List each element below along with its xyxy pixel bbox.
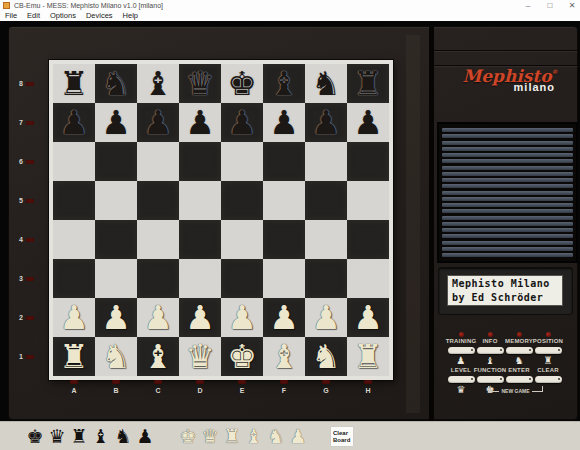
square-h7[interactable]: ♟ <box>347 103 389 142</box>
tray-white-queen[interactable]: ♛ <box>199 422 221 450</box>
panel-divider <box>429 27 434 421</box>
speaker-slat <box>442 197 573 201</box>
rank-led-7 <box>26 121 34 125</box>
panel-seam-top <box>434 50 578 51</box>
square-h5[interactable] <box>347 181 389 220</box>
square-d6[interactable] <box>179 142 221 181</box>
square-h3[interactable] <box>347 259 389 298</box>
menu-help[interactable]: Help <box>118 11 143 21</box>
square-a8[interactable]: ♜ <box>53 64 95 103</box>
piece-black-r-a8: ♜ <box>53 64 95 103</box>
menu-devices[interactable]: Devices <box>81 11 118 21</box>
file-label-h: H <box>365 387 370 394</box>
window-title: CB-Emu - MESS: Mephisto Milano v1.0 [mil… <box>14 2 163 9</box>
status-led-3 <box>517 332 522 337</box>
rank-led-8 <box>26 82 34 86</box>
application-window: CB-Emu - MESS: Mephisto Milano v1.0 [mil… <box>0 0 580 450</box>
square-f4[interactable] <box>263 220 305 259</box>
maximize-button[interactable]: □ <box>544 0 556 11</box>
key-label-position: POSITION <box>530 338 566 345</box>
square-b7[interactable]: ♟ <box>95 103 137 142</box>
square-a3[interactable] <box>53 259 95 298</box>
speaker-grille <box>437 122 578 263</box>
square-c6[interactable] <box>137 142 179 181</box>
rank-led-1 <box>26 355 34 359</box>
piece-black-b-c8: ♝ <box>137 64 179 103</box>
file-led-e <box>238 380 246 384</box>
lcd-display: Mephisto Milano by Ed Schröder <box>447 275 563 306</box>
key-pill-training[interactable] <box>448 347 475 354</box>
chess-computer-case: ♜♞♝♛♚♝♞♜♟♟♟♟♟♟♟♟♟♟♟♟♟♟♟♟♜♞♝♛♚♝♞♜ 8765432… <box>8 26 578 420</box>
square-g1[interactable]: ♞ <box>305 337 347 376</box>
file-label-c: C <box>155 387 160 394</box>
square-b8[interactable]: ♞ <box>95 64 137 103</box>
new-game-bracket: NEW GAME <box>488 386 543 392</box>
clear-board-line1: Clear <box>333 430 353 437</box>
key-pill-level[interactable] <box>448 376 475 383</box>
key-clear[interactable]: CLEAR <box>530 367 566 383</box>
piece-white-r-a1: ♜ <box>53 337 95 376</box>
piece-black-p-f7: ♟ <box>263 103 305 142</box>
close-button[interactable]: ✕ <box>566 0 578 11</box>
piece-white-n-g1: ♞ <box>305 337 347 376</box>
square-f8[interactable]: ♝ <box>263 64 305 103</box>
file-led-b <box>112 380 120 384</box>
speaker-slat <box>442 234 573 238</box>
speaker-slat <box>442 247 573 251</box>
piece-white-p-f2: ♟ <box>263 298 305 337</box>
rank-label-3: 3 <box>11 275 23 282</box>
file-led-a <box>70 380 78 384</box>
speaker-slat <box>442 241 573 245</box>
square-g6[interactable] <box>305 142 347 181</box>
file-led-d <box>196 380 204 384</box>
square-d1[interactable]: ♛ <box>179 337 221 376</box>
square-a6[interactable] <box>53 142 95 181</box>
clear-board-line2: Board <box>333 437 353 444</box>
status-led-4 <box>546 332 551 337</box>
piece-white-p-d2: ♟ <box>179 298 221 337</box>
tray-black-pawn[interactable]: ♟ <box>134 422 156 450</box>
menu-file[interactable]: File <box>0 11 22 21</box>
piece-black-p-a7: ♟ <box>53 103 95 142</box>
speaker-slat <box>442 178 573 182</box>
tray-black-bishop[interactable]: ♝ <box>90 422 112 450</box>
square-g5[interactable] <box>305 181 347 220</box>
square-d3[interactable] <box>179 259 221 298</box>
file-col-h: H <box>347 378 389 398</box>
piece-black-p-c7: ♟ <box>137 103 179 142</box>
piece-white-n-b1: ♞ <box>95 337 137 376</box>
speaker-slat <box>442 216 573 220</box>
speaker-slat <box>442 153 573 157</box>
speaker-slat <box>442 222 573 226</box>
square-f1[interactable]: ♝ <box>263 337 305 376</box>
piece-black-p-e7: ♟ <box>221 103 263 142</box>
piece-black-r-h8: ♜ <box>347 64 389 103</box>
square-c4[interactable] <box>137 220 179 259</box>
speaker-slat <box>442 191 573 195</box>
menu-bar: FileEditOptionsDevicesHelp <box>0 11 580 21</box>
square-h6[interactable] <box>347 142 389 181</box>
title-bar: CB-Emu - MESS: Mephisto Milano v1.0 [mil… <box>0 0 580 11</box>
piece-black-p-b7: ♟ <box>95 103 137 142</box>
case-moulding <box>406 35 420 413</box>
square-e4[interactable] <box>221 220 263 259</box>
piece-black-b-f8: ♝ <box>263 64 305 103</box>
file-col-a: A <box>53 378 95 398</box>
file-label-a: A <box>71 387 76 394</box>
square-d8[interactable]: ♛ <box>179 64 221 103</box>
speaker-slat <box>442 159 573 163</box>
speaker-slat <box>442 172 573 176</box>
key-label-clear: CLEAR <box>530 367 566 374</box>
rank-row-5: 5 <box>11 181 39 220</box>
file-col-c: C <box>137 378 179 398</box>
square-b1[interactable]: ♞ <box>95 337 137 376</box>
rank-row-2: 2 <box>11 298 39 337</box>
file-label-f: F <box>282 387 286 394</box>
piece-white-k-e1: ♚ <box>221 337 263 376</box>
piece-white-p-e2: ♟ <box>221 298 263 337</box>
rank-label-8: 8 <box>11 80 23 87</box>
menu-edit[interactable]: Edit <box>22 11 45 21</box>
piece-tray: ♚♛♜♝♞♟ ♚♛♜♝♞♟ Clear Board <box>0 421 580 450</box>
square-h4[interactable] <box>347 220 389 259</box>
square-c5[interactable] <box>137 181 179 220</box>
square-h2[interactable]: ♟ <box>347 298 389 337</box>
piece-black-p-h7: ♟ <box>347 103 389 142</box>
new-game-label: NEW GAME <box>499 389 531 394</box>
file-col-g: G <box>305 378 347 398</box>
square-f5[interactable] <box>263 181 305 220</box>
brand-logo: Mephisto® milano <box>449 63 571 93</box>
piece-white-b-c1: ♝ <box>137 337 179 376</box>
square-g2[interactable]: ♟ <box>305 298 347 337</box>
rank-row-1: 1 <box>11 337 39 376</box>
file-col-f: F <box>263 378 305 398</box>
square-f7[interactable]: ♟ <box>263 103 305 142</box>
rank-row-4: 4 <box>11 220 39 259</box>
registered-mark: ® <box>552 68 558 75</box>
rook-icon: ♜ <box>530 355 566 366</box>
speaker-slat <box>442 134 573 138</box>
piece-white-q-d1: ♛ <box>179 337 221 376</box>
square-c3[interactable] <box>137 259 179 298</box>
key-pill-position[interactable] <box>535 347 562 354</box>
square-e3[interactable] <box>221 259 263 298</box>
chess-board: ♜♞♝♛♚♝♞♜♟♟♟♟♟♟♟♟♟♟♟♟♟♟♟♟♜♞♝♛♚♝♞♜ <box>49 60 393 380</box>
piece-black-k-e8: ♚ <box>221 64 263 103</box>
piece-black-n-b8: ♞ <box>95 64 137 103</box>
file-label-e: E <box>240 387 245 394</box>
square-b3[interactable] <box>95 259 137 298</box>
square-e8[interactable]: ♚ <box>221 64 263 103</box>
tray-white-king[interactable]: ♚ <box>177 422 199 450</box>
speaker-slat <box>442 209 573 213</box>
key-pill-memory[interactable] <box>506 347 533 354</box>
rank-row-8: 8 <box>11 64 39 103</box>
tray-white-knight[interactable]: ♞ <box>265 422 287 450</box>
speaker-slat <box>442 184 573 188</box>
square-e7[interactable]: ♟ <box>221 103 263 142</box>
rank-row-7: 7 <box>11 103 39 142</box>
speaker-slat <box>442 147 573 151</box>
square-c1[interactable]: ♝ <box>137 337 179 376</box>
lcd-line2: by Ed Schröder <box>452 291 562 305</box>
piece-white-p-a2: ♟ <box>53 298 95 337</box>
tray-black-rook[interactable]: ♜ <box>68 422 90 450</box>
key-pill-info[interactable] <box>477 347 504 354</box>
square-c7[interactable]: ♟ <box>137 103 179 142</box>
speaker-slat <box>442 166 573 170</box>
piece-black-q-d8: ♛ <box>179 64 221 103</box>
speaker-slat <box>442 141 573 145</box>
square-a2[interactable]: ♟ <box>53 298 95 337</box>
clear-board-button[interactable]: Clear Board <box>330 426 354 447</box>
file-col-e: E <box>221 378 263 398</box>
menu-options[interactable]: Options <box>45 11 81 21</box>
file-led-h <box>364 380 372 384</box>
rank-led-4 <box>26 238 34 242</box>
piece-black-n-g8: ♞ <box>305 64 347 103</box>
rank-led-2 <box>26 316 34 320</box>
square-c8[interactable]: ♝ <box>137 64 179 103</box>
tray-black-knight[interactable]: ♞ <box>112 422 134 450</box>
square-e6[interactable] <box>221 142 263 181</box>
square-g3[interactable] <box>305 259 347 298</box>
piece-black-p-d7: ♟ <box>179 103 221 142</box>
tray-white-rook[interactable]: ♜ <box>221 422 243 450</box>
file-led-g <box>322 380 330 384</box>
rank-row-3: 3 <box>11 259 39 298</box>
file-led-c <box>154 380 162 384</box>
piece-black-p-g7: ♟ <box>305 103 347 142</box>
file-label-d: D <box>197 387 202 394</box>
rank-label-5: 5 <box>11 197 23 204</box>
square-a4[interactable] <box>53 220 95 259</box>
square-f3[interactable] <box>263 259 305 298</box>
rank-label-6: 6 <box>11 158 23 165</box>
piece-white-p-g2: ♟ <box>305 298 347 337</box>
square-b5[interactable] <box>95 181 137 220</box>
piece-white-r-h1: ♜ <box>347 337 389 376</box>
lcd-line1: Mephisto Milano <box>452 277 562 291</box>
rank-led-3 <box>26 277 34 281</box>
square-b2[interactable]: ♟ <box>95 298 137 337</box>
square-h1[interactable]: ♜ <box>347 337 389 376</box>
tray-white-bishop[interactable]: ♝ <box>243 422 265 450</box>
speaker-slat <box>442 228 573 232</box>
file-led-f <box>280 380 288 384</box>
file-label-b: B <box>113 387 118 394</box>
status-led-1 <box>459 332 464 337</box>
square-b4[interactable] <box>95 220 137 259</box>
square-g7[interactable]: ♟ <box>305 103 347 142</box>
rank-led-5 <box>26 199 34 203</box>
square-a5[interactable] <box>53 181 95 220</box>
file-col-b: B <box>95 378 137 398</box>
piece-white-p-h2: ♟ <box>347 298 389 337</box>
minimize-button[interactable]: – <box>522 0 534 11</box>
tray-white-pawn[interactable]: ♟ <box>287 422 309 450</box>
square-c2[interactable]: ♟ <box>137 298 179 337</box>
square-f2[interactable]: ♟ <box>263 298 305 337</box>
key-pill-function[interactable] <box>477 376 504 383</box>
speaker-slat <box>442 253 573 257</box>
square-b6[interactable] <box>95 142 137 181</box>
rank-label-7: 7 <box>11 119 23 126</box>
tray-black-queen[interactable]: ♛ <box>46 422 68 450</box>
square-f6[interactable] <box>263 142 305 181</box>
rank-led-6 <box>26 160 34 164</box>
square-a1[interactable]: ♜ <box>53 337 95 376</box>
piece-white-b-f1: ♝ <box>263 337 305 376</box>
key-position[interactable]: POSITION♜ <box>530 338 566 366</box>
square-g8[interactable]: ♞ <box>305 64 347 103</box>
square-g4[interactable] <box>305 220 347 259</box>
square-e5[interactable] <box>221 181 263 220</box>
square-d7[interactable]: ♟ <box>179 103 221 142</box>
square-e1[interactable]: ♚ <box>221 337 263 376</box>
file-label-g: G <box>323 387 328 394</box>
app-icon <box>3 2 10 9</box>
speaker-slat <box>442 128 573 132</box>
rank-row-6: 6 <box>11 142 39 181</box>
square-a7[interactable]: ♟ <box>53 103 95 142</box>
key-pill-enter[interactable] <box>506 376 533 383</box>
square-h8[interactable]: ♜ <box>347 64 389 103</box>
rank-label-1: 1 <box>11 353 23 360</box>
square-d2[interactable]: ♟ <box>179 298 221 337</box>
square-d5[interactable] <box>179 181 221 220</box>
tray-black-king[interactable]: ♚ <box>24 422 46 450</box>
key-pill-clear[interactable] <box>535 376 562 383</box>
piece-white-p-c2: ♟ <box>137 298 179 337</box>
rank-label-2: 2 <box>11 314 23 321</box>
square-d4[interactable] <box>179 220 221 259</box>
file-col-d: D <box>179 378 221 398</box>
emulator-screen: ♜♞♝♛♚♝♞♜♟♟♟♟♟♟♟♟♟♟♟♟♟♟♟♟♜♞♝♛♚♝♞♜ 8765432… <box>0 21 580 421</box>
lcd-bezel: Mephisto Milano by Ed Schröder <box>438 267 573 315</box>
status-led-2 <box>488 332 493 337</box>
piece-white-p-b2: ♟ <box>95 298 137 337</box>
speaker-slat <box>442 203 573 207</box>
rank-label-4: 4 <box>11 236 23 243</box>
square-e2[interactable]: ♟ <box>221 298 263 337</box>
